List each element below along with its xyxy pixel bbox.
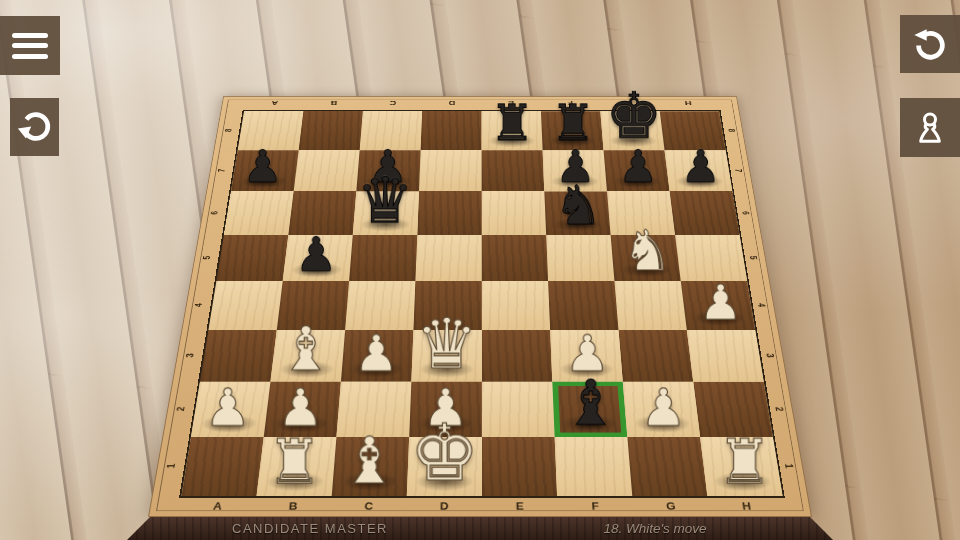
white-rook[interactable]: ♜ [717, 432, 772, 493]
square-g7[interactable]: ♟ [604, 150, 670, 191]
white-pawn[interactable]: ♟ [354, 329, 399, 379]
square-g5[interactable]: ♞ [611, 235, 681, 281]
file-label-top-d: D [449, 99, 456, 106]
square-e2[interactable] [482, 382, 555, 437]
rank-label-right-8: 8 [727, 129, 737, 132]
file-label-top-h: H [684, 99, 692, 106]
square-g4[interactable] [614, 281, 686, 330]
square-f1[interactable] [555, 437, 633, 496]
square-f2[interactable]: ♝ [552, 382, 627, 437]
rank-label-right-4: 4 [756, 303, 767, 307]
rank-label-right-1: 1 [783, 464, 795, 469]
file-label-bottom-e: E [516, 501, 524, 512]
file-label-bottom-f: F [591, 501, 599, 512]
rotate-board-button[interactable] [10, 98, 59, 156]
white-pawn[interactable]: ♟ [699, 279, 742, 327]
move-indicator-text: 18. White's move [603, 517, 706, 540]
rank-label-left-3: 3 [184, 353, 196, 357]
white-bishop[interactable]: ♝ [279, 319, 333, 379]
white-knight[interactable]: ♞ [622, 223, 672, 279]
square-d7[interactable] [419, 150, 482, 191]
pawn-outline-icon [910, 108, 950, 148]
white-queen[interactable]: ♛ [416, 310, 478, 379]
square-e4[interactable] [482, 281, 550, 330]
white-pawn[interactable]: ♟ [205, 382, 251, 434]
square-b7[interactable] [294, 150, 360, 191]
square-h3[interactable] [687, 330, 764, 382]
white-pawn[interactable]: ♟ [640, 382, 686, 434]
board-front-face: CANDIDATE MASTER 18. White's move [0, 517, 960, 540]
hamburger-icon [12, 33, 48, 59]
square-e8[interactable]: ♜ [482, 111, 543, 150]
square-d6[interactable] [417, 191, 481, 235]
square-c1[interactable]: ♝ [332, 437, 409, 496]
file-label-bottom-h: H [741, 501, 751, 512]
square-f4[interactable] [548, 281, 618, 330]
square-e6[interactable] [482, 191, 547, 235]
player-piece-button[interactable] [900, 98, 960, 157]
board-squares: ♜♜♚♟♟♟♟♟♛♞♟♞♟♝♟♛♟♟♟♟♝♟♜♝♚♜ [179, 110, 785, 497]
rank-label-right-5: 5 [748, 256, 759, 260]
file-label-top-b: B [330, 99, 337, 106]
square-e7[interactable] [482, 150, 545, 191]
rank-label-right-3: 3 [765, 353, 777, 357]
square-c5[interactable] [349, 235, 417, 281]
square-b8[interactable] [299, 111, 363, 150]
file-label-top-e: E [508, 99, 514, 106]
square-a3[interactable] [200, 330, 277, 382]
rotate-ccw-icon [16, 108, 54, 146]
black-pawn[interactable]: ♟ [681, 145, 721, 189]
black-pawn[interactable]: ♟ [618, 145, 658, 189]
menu-button[interactable] [0, 16, 60, 75]
square-d1[interactable]: ♚ [407, 437, 482, 496]
white-rook[interactable]: ♜ [267, 432, 322, 493]
square-b1[interactable]: ♜ [257, 437, 337, 496]
square-d8[interactable] [421, 111, 482, 150]
square-c3[interactable]: ♟ [341, 330, 414, 382]
square-a7[interactable]: ♟ [231, 150, 299, 191]
player-title-text: CANDIDATE MASTER [232, 517, 388, 540]
rank-label-right-6: 6 [741, 211, 752, 215]
rank-label-left-6: 6 [209, 211, 220, 215]
board-front-wood [0, 517, 960, 540]
square-h4[interactable]: ♟ [681, 281, 755, 330]
square-a6[interactable] [224, 191, 294, 235]
square-a5[interactable] [216, 235, 288, 281]
undo-arrow-icon [911, 25, 949, 63]
file-label-bottom-c: C [364, 501, 373, 512]
rank-label-left-7: 7 [216, 169, 226, 172]
black-queen[interactable]: ♛ [357, 169, 414, 233]
square-b3[interactable]: ♝ [270, 330, 345, 382]
black-king[interactable]: ♚ [605, 85, 662, 148]
chess-scene: ♜♜♚♟♟♟♟♟♛♞♟♞♟♝♟♛♟♟♟♟♝♟♜♝♚♜ AABBCCDDEEFFG… [0, 0, 960, 540]
file-label-top-g: G [625, 99, 633, 106]
rank-label-left-4: 4 [193, 303, 204, 307]
rank-label-left-8: 8 [223, 129, 233, 132]
file-label-top-f: F [567, 99, 573, 106]
square-g1[interactable] [627, 437, 707, 496]
square-c4[interactable] [345, 281, 415, 330]
file-label-bottom-b: B [288, 501, 298, 512]
white-king[interactable]: ♚ [410, 415, 480, 493]
square-a1[interactable] [181, 437, 263, 496]
square-d5[interactable] [415, 235, 481, 281]
chess-board: ♜♜♚♟♟♟♟♟♛♞♟♞♟♝♟♛♟♟♟♟♝♟♜♝♚♜ AABBCCDDEEFFG… [148, 96, 812, 517]
square-e1[interactable] [482, 437, 557, 496]
file-label-bottom-g: G [666, 501, 676, 512]
file-label-top-c: C [389, 99, 396, 106]
square-f6[interactable]: ♞ [544, 191, 610, 235]
file-label-bottom-d: D [440, 501, 449, 512]
square-a2[interactable]: ♟ [191, 382, 270, 437]
rank-label-left-1: 1 [164, 464, 176, 469]
square-g3[interactable] [618, 330, 693, 382]
black-knight[interactable]: ♞ [554, 178, 603, 232]
square-e3[interactable] [482, 330, 553, 382]
file-label-top-a: A [271, 99, 279, 106]
square-g2[interactable]: ♟ [623, 382, 700, 437]
square-b5[interactable]: ♟ [283, 235, 353, 281]
square-c6[interactable]: ♛ [353, 191, 419, 235]
black-pawn[interactable]: ♟ [295, 231, 337, 278]
square-a4[interactable] [208, 281, 282, 330]
file-label-bottom-a: A [212, 501, 222, 512]
rank-label-left-2: 2 [174, 407, 186, 411]
square-f5[interactable] [546, 235, 614, 281]
black-bishop[interactable]: ♝ [563, 372, 619, 434]
rank-label-left-5: 5 [201, 256, 212, 260]
square-h6[interactable] [670, 191, 740, 235]
rank-label-right-7: 7 [733, 169, 743, 172]
rank-label-right-2: 2 [773, 407, 785, 411]
square-h7[interactable]: ♟ [665, 150, 733, 191]
white-bishop[interactable]: ♝ [341, 429, 399, 493]
black-pawn[interactable]: ♟ [243, 145, 283, 189]
square-e5[interactable] [482, 235, 548, 281]
square-d3[interactable]: ♛ [411, 330, 481, 382]
square-h1[interactable]: ♜ [700, 437, 782, 496]
undo-button[interactable] [900, 15, 960, 73]
